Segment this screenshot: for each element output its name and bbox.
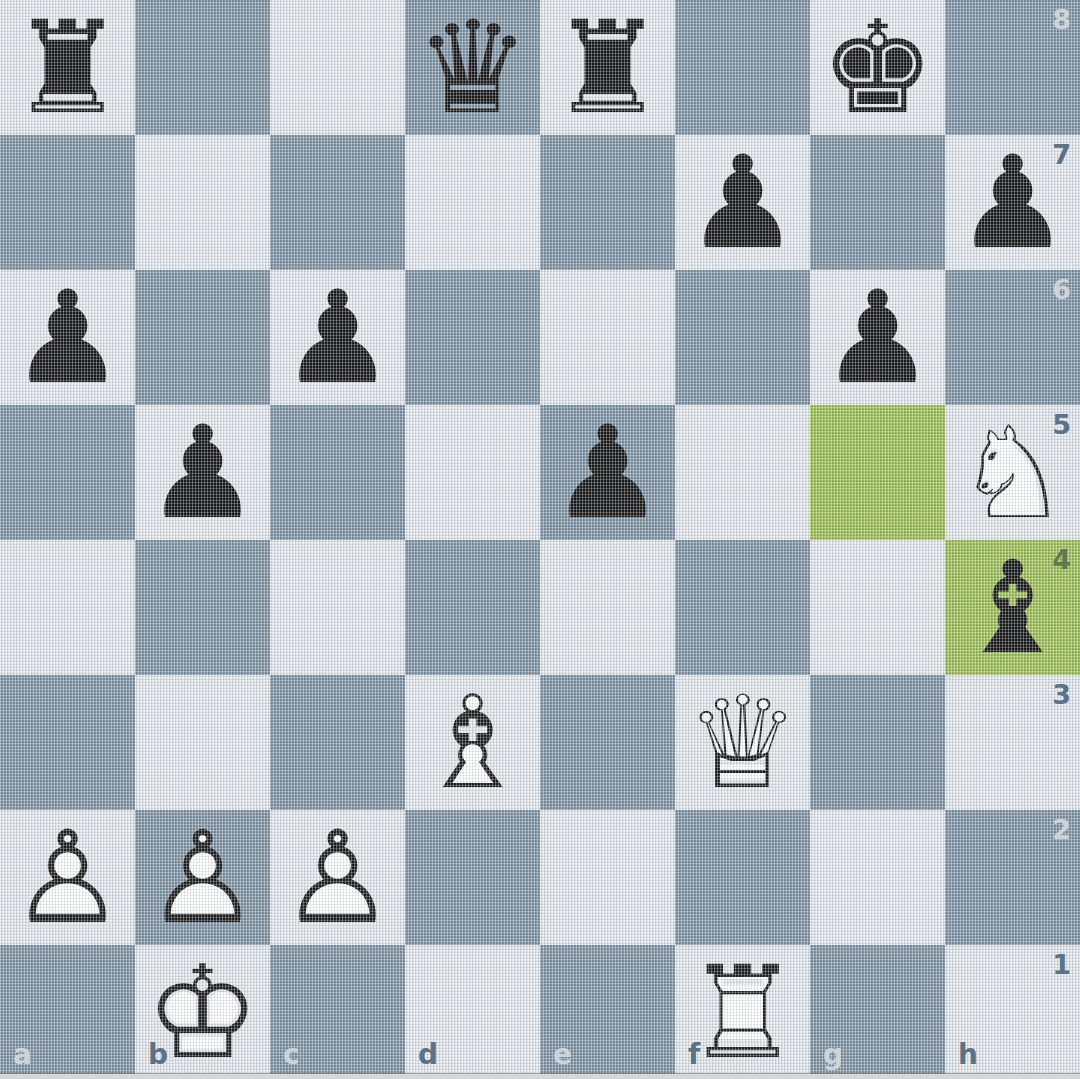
white-queen[interactable]: ♛♕ [675,675,810,810]
square-h8[interactable]: 8 [945,0,1080,135]
white-pawn[interactable]: ♟♙ [0,810,135,945]
square-h7[interactable]: ♟7 [945,135,1080,270]
square-a4[interactable] [0,540,135,675]
square-f4[interactable] [675,540,810,675]
square-g1[interactable]: g [810,945,945,1079]
black-king-glyph: ♚ [810,0,945,135]
square-h4[interactable]: ♝4 [945,540,1080,675]
rank-label-8: 8 [1052,4,1071,35]
square-c5[interactable] [270,405,405,540]
square-c7[interactable] [270,135,405,270]
white-pawn[interactable]: ♟♙ [270,810,405,945]
black-rook-glyph: ♜ [540,0,675,135]
white-queen-outline: ♕ [675,675,810,810]
square-f3[interactable]: ♛♕ [675,675,810,810]
black-queen[interactable]: ♛ [405,0,540,135]
square-c1[interactable]: c [270,945,405,1079]
square-b7[interactable] [135,135,270,270]
square-h6[interactable]: 6 [945,270,1080,405]
file-label-b: b [148,1038,168,1071]
white-bishop[interactable]: ♝♗ [405,675,540,810]
black-pawn[interactable]: ♟ [810,270,945,405]
square-b5[interactable]: ♟ [135,405,270,540]
square-e6[interactable] [540,270,675,405]
white-bishop-outline: ♗ [405,675,540,810]
square-f7[interactable]: ♟ [675,135,810,270]
white-pawn-outline: ♙ [0,810,135,945]
black-pawn-glyph: ♟ [540,405,675,540]
square-g3[interactable] [810,675,945,810]
white-pawn[interactable]: ♟♙ [135,810,270,945]
black-rook[interactable]: ♜ [540,0,675,135]
square-e1[interactable]: e [540,945,675,1079]
square-b8[interactable] [135,0,270,135]
black-pawn[interactable]: ♟ [0,270,135,405]
square-d7[interactable] [405,135,540,270]
file-label-c: c [283,1038,300,1071]
square-a7[interactable] [0,135,135,270]
square-e2[interactable] [540,810,675,945]
square-a5[interactable] [0,405,135,540]
black-pawn-glyph: ♟ [135,405,270,540]
square-b3[interactable] [135,675,270,810]
rank-label-1: 1 [1052,949,1071,980]
square-d2[interactable] [405,810,540,945]
rank-label-5: 5 [1052,409,1071,440]
square-c4[interactable] [270,540,405,675]
square-d3[interactable]: ♝♗ [405,675,540,810]
black-rook[interactable]: ♜ [0,0,135,135]
square-c6[interactable]: ♟ [270,270,405,405]
square-b4[interactable] [135,540,270,675]
rank-label-2: 2 [1052,814,1071,845]
square-g6[interactable]: ♟ [810,270,945,405]
board-bottom-edge [0,1074,1080,1079]
square-g2[interactable] [810,810,945,945]
black-king[interactable]: ♚ [810,0,945,135]
black-rook-glyph: ♜ [0,0,135,135]
square-d1[interactable]: d [405,945,540,1079]
square-e5[interactable]: ♟ [540,405,675,540]
square-d6[interactable] [405,270,540,405]
rank-label-6: 6 [1052,274,1071,305]
square-d5[interactable] [405,405,540,540]
square-f6[interactable] [675,270,810,405]
square-g4[interactable] [810,540,945,675]
square-f1[interactable]: ♜♖f [675,945,810,1079]
square-c2[interactable]: ♟♙ [270,810,405,945]
rank-label-3: 3 [1052,679,1071,710]
square-d4[interactable] [405,540,540,675]
black-pawn-glyph: ♟ [675,135,810,270]
square-e3[interactable] [540,675,675,810]
square-f8[interactable] [675,0,810,135]
file-label-d: d [418,1038,438,1071]
file-label-g: g [823,1038,843,1071]
square-g5[interactable] [810,405,945,540]
square-e4[interactable] [540,540,675,675]
square-h3[interactable]: 3 [945,675,1080,810]
file-label-h: h [958,1038,978,1071]
square-h2[interactable]: 2 [945,810,1080,945]
square-a1[interactable]: a [0,945,135,1079]
square-c8[interactable] [270,0,405,135]
rank-label-4: 4 [1052,544,1071,575]
square-b6[interactable] [135,270,270,405]
square-g8[interactable]: ♚ [810,0,945,135]
black-pawn[interactable]: ♟ [540,405,675,540]
square-h5[interactable]: ♞♘5 [945,405,1080,540]
black-pawn[interactable]: ♟ [270,270,405,405]
square-f5[interactable] [675,405,810,540]
black-queen-glyph: ♛ [405,0,540,135]
black-pawn-glyph: ♟ [0,270,135,405]
square-e8[interactable]: ♜ [540,0,675,135]
file-label-e: e [553,1038,572,1071]
square-e7[interactable] [540,135,675,270]
black-pawn[interactable]: ♟ [675,135,810,270]
black-pawn[interactable]: ♟ [135,405,270,540]
square-g7[interactable] [810,135,945,270]
chess-board: ♜♛♜♚8♟♟7♟♟♟6♟♟♞♘5♝4♝♗♛♕3♟♙♟♙♟♙2a♚♔bcde♜♖… [0,0,1080,1079]
white-pawn-outline: ♙ [270,810,405,945]
square-a8[interactable]: ♜ [0,0,135,135]
white-pawn-outline: ♙ [135,810,270,945]
square-f2[interactable] [675,810,810,945]
black-pawn-glyph: ♟ [270,270,405,405]
square-a6[interactable]: ♟ [0,270,135,405]
file-label-a: a [13,1038,32,1071]
square-a3[interactable] [0,675,135,810]
square-b1[interactable]: ♚♔b [135,945,270,1079]
black-pawn-glyph: ♟ [810,270,945,405]
square-c3[interactable] [270,675,405,810]
square-a2[interactable]: ♟♙ [0,810,135,945]
square-h1[interactable]: 1h [945,945,1080,1079]
file-label-f: f [688,1038,700,1071]
square-b2[interactable]: ♟♙ [135,810,270,945]
rank-label-7: 7 [1052,139,1071,170]
square-d8[interactable]: ♛ [405,0,540,135]
